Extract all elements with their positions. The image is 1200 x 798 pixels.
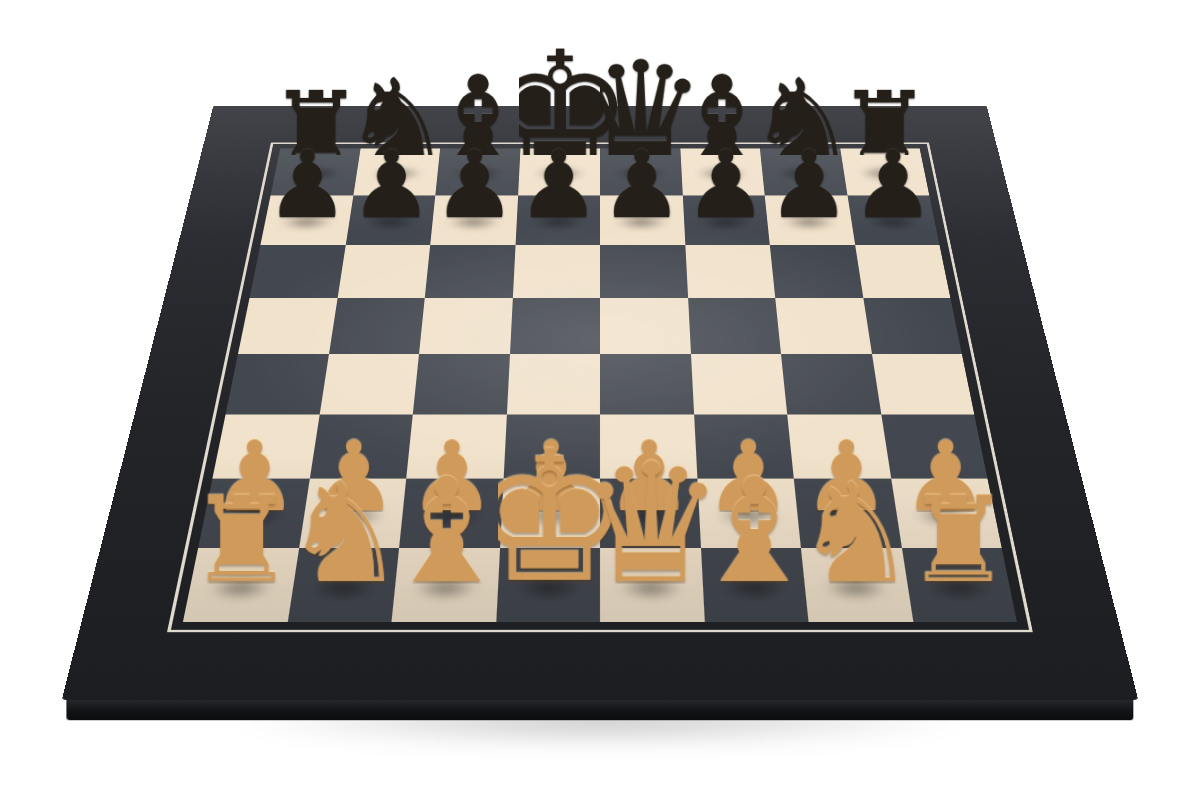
black-pawn-glyph: ♟ [516, 138, 600, 231]
piece-black-pawn-e7[interactable]: ♟ [600, 26, 684, 220]
piece-black-pawn-f7[interactable]: ♟ [684, 26, 768, 220]
white-rook-glyph: ♜ [189, 481, 295, 600]
black-pawn-glyph: ♟ [851, 138, 935, 231]
chess-board: ♜♞♝♚♛♝♞♜♟♟♟♟♟♟♟♟♟♟♟♟♟♟♟♟♜♞♝♚♛♝♞♜ [62, 106, 1139, 701]
piece-white-rook-a1[interactable]: ♜ [191, 347, 293, 584]
black-pawn-glyph: ♟ [349, 138, 433, 231]
piece-white-rook-h1[interactable]: ♜ [907, 347, 1009, 584]
piece-black-pawn-g7[interactable]: ♟ [767, 26, 851, 220]
piece-white-knight-b1[interactable]: ♞ [293, 347, 395, 584]
piece-black-pawn-h7[interactable]: ♟ [851, 26, 935, 220]
piece-black-pawn-c7[interactable]: ♟ [433, 26, 517, 220]
piece-black-pawn-d7[interactable]: ♟ [516, 26, 600, 220]
chess-photo-stage: ♜♞♝♚♛♝♞♜♟♟♟♟♟♟♟♟♟♟♟♟♟♟♟♟♜♞♝♚♛♝♞♜ [0, 0, 1200, 798]
black-pawn-glyph: ♟ [684, 138, 768, 231]
piece-black-pawn-b7[interactable]: ♟ [349, 26, 433, 220]
board-front-edge [66, 700, 1133, 720]
piece-white-knight-g1[interactable]: ♞ [805, 347, 907, 584]
black-pawn-glyph: ♟ [266, 138, 350, 231]
black-pawn-glyph: ♟ [433, 138, 517, 231]
black-pawn-glyph: ♟ [600, 138, 684, 231]
black-pawn-glyph: ♟ [767, 138, 851, 231]
white-knight-glyph: ♞ [794, 464, 918, 602]
white-rook-glyph: ♜ [905, 481, 1011, 600]
piece-black-pawn-a7[interactable]: ♟ [266, 26, 350, 220]
piece-white-queen-e1[interactable]: ♛ [600, 347, 702, 584]
piece-white-bishop-f1[interactable]: ♝ [702, 347, 804, 584]
